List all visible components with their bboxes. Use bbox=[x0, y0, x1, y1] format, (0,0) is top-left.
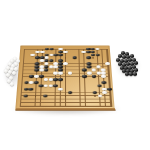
stone-black[interactable] bbox=[38, 84, 43, 87]
stone-white[interactable] bbox=[92, 68, 97, 71]
stone-white[interactable] bbox=[87, 72, 92, 75]
stone-black[interactable] bbox=[58, 53, 62, 56]
go-game-photo bbox=[0, 0, 150, 150]
stone-white[interactable] bbox=[58, 72, 63, 75]
stone-white[interactable] bbox=[96, 65, 101, 68]
stone-black[interactable] bbox=[86, 56, 91, 59]
stone-white[interactable] bbox=[105, 62, 110, 65]
stone-black[interactable] bbox=[44, 68, 49, 71]
stone-white[interactable] bbox=[39, 68, 44, 71]
stone-black[interactable] bbox=[82, 68, 87, 71]
star-point bbox=[64, 95, 66, 96]
stone-black[interactable] bbox=[87, 65, 92, 68]
stone-black[interactable] bbox=[39, 75, 44, 78]
stone-white[interactable] bbox=[40, 59, 45, 62]
stone-white[interactable] bbox=[102, 91, 107, 94]
star-point bbox=[35, 95, 37, 96]
stone-black[interactable] bbox=[58, 78, 63, 81]
star-point bbox=[64, 76, 66, 77]
stone-white[interactable] bbox=[58, 88, 63, 91]
star-point bbox=[92, 57, 94, 58]
go-board[interactable] bbox=[15, 46, 114, 110]
stone-white[interactable] bbox=[101, 75, 106, 78]
star-point bbox=[94, 95, 96, 96]
star-point bbox=[65, 57, 67, 58]
stone-white[interactable] bbox=[44, 78, 49, 81]
stone-black[interactable] bbox=[107, 88, 112, 91]
stone-white[interactable] bbox=[68, 72, 73, 75]
stone-white[interactable] bbox=[40, 51, 45, 54]
stone-black[interactable] bbox=[82, 75, 87, 78]
stone-white[interactable] bbox=[63, 62, 68, 65]
stone-white[interactable] bbox=[63, 51, 67, 54]
stone-black[interactable] bbox=[92, 75, 97, 78]
board-front-edge bbox=[15, 108, 116, 111]
